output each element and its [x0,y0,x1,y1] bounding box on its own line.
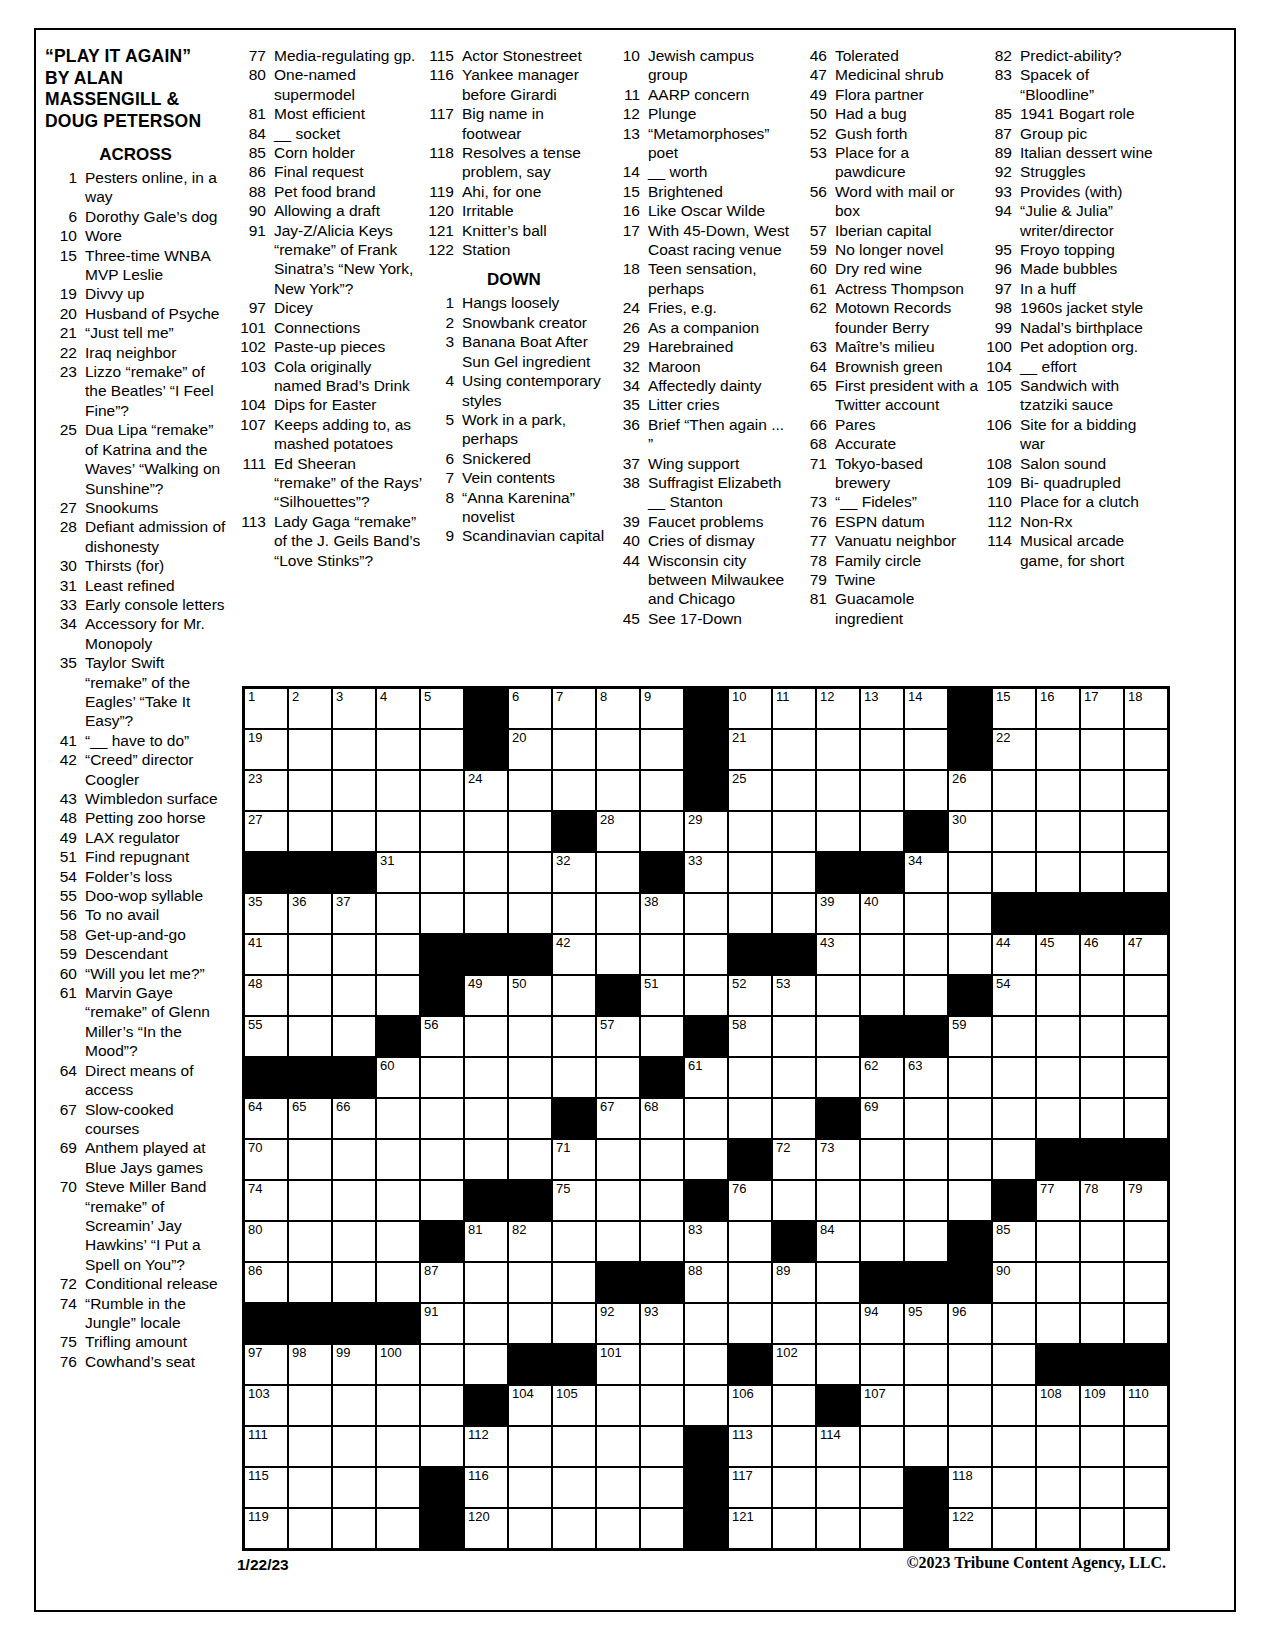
grid-cell-r4c20[interactable] [1080,811,1124,852]
grid-cell-r6c5[interactable] [420,893,464,934]
grid-cell-r6c3[interactable]: 37 [332,893,376,934]
grid-cell-r9c18[interactable] [992,1016,1036,1057]
grid-cell-r5c5[interactable] [420,852,464,893]
grid-cell-r12c4[interactable] [376,1139,420,1180]
grid-cell-r3c14[interactable] [816,770,860,811]
grid-cell-r17c9[interactable]: 101 [596,1344,640,1385]
grid-cell-r8c19[interactable] [1036,975,1080,1016]
grid-cell-r19c20[interactable] [1080,1426,1124,1467]
grid-cell-r6c15[interactable]: 40 [860,893,904,934]
grid-cell-r9c1[interactable]: 55 [244,1016,288,1057]
grid-cell-r1c9[interactable]: 8 [596,688,640,729]
grid-cell-r4c7[interactable] [508,811,552,852]
grid-cell-r12c14[interactable]: 73 [816,1139,860,1180]
grid-cell-r14c3[interactable] [332,1221,376,1262]
grid-cell-r19c13[interactable] [772,1426,816,1467]
grid-cell-r20c10[interactable] [640,1467,684,1508]
grid-cell-r17c13[interactable]: 102 [772,1344,816,1385]
grid-cell-r1c8[interactable]: 7 [552,688,596,729]
grid-cell-r20c1[interactable]: 115 [244,1467,288,1508]
grid-cell-r21c3[interactable] [332,1508,376,1549]
grid-cell-r7c15[interactable] [860,934,904,975]
grid-cell-r1c21[interactable]: 18 [1124,688,1168,729]
grid-cell-r17c4[interactable]: 100 [376,1344,420,1385]
grid-cell-r20c9[interactable] [596,1467,640,1508]
grid-cell-r12c3[interactable] [332,1139,376,1180]
grid-cell-r5c9[interactable] [596,852,640,893]
grid-cell-r9c13[interactable] [772,1016,816,1057]
grid-cell-r14c6[interactable]: 81 [464,1221,508,1262]
grid-cell-r2c1[interactable]: 19 [244,729,288,770]
grid-cell-r20c13[interactable] [772,1467,816,1508]
grid-cell-r21c6[interactable]: 120 [464,1508,508,1549]
grid-cell-r4c2[interactable] [288,811,332,852]
grid-cell-r9c7[interactable] [508,1016,552,1057]
grid-cell-r7c9[interactable] [596,934,640,975]
grid-cell-r11c12[interactable] [728,1098,772,1139]
grid-cell-r2c5[interactable] [420,729,464,770]
grid-cell-r7c11[interactable] [684,934,728,975]
grid-cell-r2c20[interactable] [1080,729,1124,770]
grid-cell-r15c19[interactable] [1036,1262,1080,1303]
grid-cell-r18c7[interactable]: 104 [508,1385,552,1426]
grid-cell-r4c5[interactable] [420,811,464,852]
grid-cell-r16c8[interactable] [552,1303,596,1344]
grid-cell-r21c7[interactable] [508,1508,552,1549]
grid-cell-r9c17[interactable]: 59 [948,1016,992,1057]
grid-cell-r9c6[interactable] [464,1016,508,1057]
grid-cell-r14c8[interactable] [552,1221,596,1262]
grid-cell-r12c2[interactable] [288,1139,332,1180]
grid-cell-r10c11[interactable]: 61 [684,1057,728,1098]
grid-cell-r21c13[interactable] [772,1508,816,1549]
grid-cell-r9c8[interactable] [552,1016,596,1057]
grid-cell-r9c3[interactable] [332,1016,376,1057]
grid-cell-r20c3[interactable] [332,1467,376,1508]
grid-cell-r12c9[interactable] [596,1139,640,1180]
grid-cell-r16c14[interactable] [816,1303,860,1344]
grid-cell-r2c14[interactable] [816,729,860,770]
grid-cell-r13c12[interactable]: 76 [728,1180,772,1221]
grid-cell-r14c4[interactable] [376,1221,420,1262]
grid-cell-r15c4[interactable] [376,1262,420,1303]
grid-cell-r16c21[interactable] [1124,1303,1168,1344]
grid-cell-r13c15[interactable] [860,1180,904,1221]
grid-cell-r2c7[interactable]: 20 [508,729,552,770]
grid-cell-r1c18[interactable]: 15 [992,688,1036,729]
grid-cell-r10c5[interactable] [420,1057,464,1098]
grid-cell-r4c6[interactable] [464,811,508,852]
grid-cell-r1c16[interactable]: 14 [904,688,948,729]
grid-cell-r18c8[interactable]: 105 [552,1385,596,1426]
grid-cell-r2c19[interactable] [1036,729,1080,770]
grid-cell-r5c6[interactable] [464,852,508,893]
grid-cell-r10c18[interactable] [992,1057,1036,1098]
grid-cell-r21c15[interactable] [860,1508,904,1549]
grid-cell-r7c19[interactable]: 45 [1036,934,1080,975]
grid-cell-r2c13[interactable] [772,729,816,770]
grid-cell-r8c8[interactable] [552,975,596,1016]
grid-cell-r3c12[interactable]: 25 [728,770,772,811]
grid-cell-r16c10[interactable]: 93 [640,1303,684,1344]
grid-cell-r8c2[interactable] [288,975,332,1016]
grid-cell-r6c17[interactable] [948,893,992,934]
grid-cell-r2c2[interactable] [288,729,332,770]
grid-cell-r17c10[interactable] [640,1344,684,1385]
grid-cell-r4c10[interactable] [640,811,684,852]
grid-cell-r19c5[interactable] [420,1426,464,1467]
grid-cell-r18c5[interactable] [420,1385,464,1426]
grid-cell-r8c11[interactable] [684,975,728,1016]
grid-cell-r4c17[interactable]: 30 [948,811,992,852]
grid-cell-r16c18[interactable] [992,1303,1036,1344]
grid-cell-r2c21[interactable] [1124,729,1168,770]
grid-cell-r13c1[interactable]: 74 [244,1180,288,1221]
grid-cell-r2c10[interactable] [640,729,684,770]
grid-cell-r14c9[interactable] [596,1221,640,1262]
grid-cell-r18c20[interactable]: 109 [1080,1385,1124,1426]
grid-cell-r2c3[interactable] [332,729,376,770]
grid-cell-r16c6[interactable] [464,1303,508,1344]
grid-cell-r7c10[interactable] [640,934,684,975]
grid-cell-r6c2[interactable]: 36 [288,893,332,934]
grid-cell-r9c21[interactable] [1124,1016,1168,1057]
grid-cell-r2c15[interactable] [860,729,904,770]
grid-cell-r19c9[interactable] [596,1426,640,1467]
grid-cell-r17c16[interactable] [904,1344,948,1385]
grid-cell-r11c11[interactable] [684,1098,728,1139]
grid-cell-r18c19[interactable]: 108 [1036,1385,1080,1426]
grid-cell-r13c16[interactable] [904,1180,948,1221]
grid-cell-r16c20[interactable] [1080,1303,1124,1344]
grid-cell-r17c6[interactable] [464,1344,508,1385]
grid-cell-r7c18[interactable]: 44 [992,934,1036,975]
grid-cell-r13c4[interactable] [376,1180,420,1221]
grid-cell-r8c20[interactable] [1080,975,1124,1016]
grid-cell-r19c8[interactable] [552,1426,596,1467]
grid-cell-r5c17[interactable] [948,852,992,893]
grid-cell-r19c16[interactable] [904,1426,948,1467]
grid-cell-r20c19[interactable] [1036,1467,1080,1508]
grid-cell-r12c18[interactable] [992,1139,1036,1180]
grid-cell-r19c6[interactable]: 112 [464,1426,508,1467]
grid-cell-r8c4[interactable] [376,975,420,1016]
grid-cell-r18c10[interactable] [640,1385,684,1426]
grid-cell-r14c15[interactable] [860,1221,904,1262]
grid-cell-r3c15[interactable] [860,770,904,811]
grid-cell-r7c16[interactable] [904,934,948,975]
grid-cell-r15c8[interactable] [552,1262,596,1303]
grid-cell-r7c3[interactable] [332,934,376,975]
crossword-grid[interactable]: 1234567891011121314151617181920212223242… [242,686,1170,1551]
grid-cell-r14c18[interactable]: 85 [992,1221,1036,1262]
grid-cell-r13c17[interactable] [948,1180,992,1221]
grid-cell-r6c4[interactable] [376,893,420,934]
grid-cell-r11c2[interactable]: 65 [288,1098,332,1139]
grid-cell-r14c16[interactable] [904,1221,948,1262]
grid-cell-r2c18[interactable]: 22 [992,729,1036,770]
grid-cell-r17c14[interactable] [816,1344,860,1385]
grid-cell-r18c4[interactable] [376,1385,420,1426]
grid-cell-r4c1[interactable]: 27 [244,811,288,852]
grid-cell-r20c20[interactable] [1080,1467,1124,1508]
grid-cell-r4c3[interactable] [332,811,376,852]
grid-cell-r21c20[interactable] [1080,1508,1124,1549]
grid-cell-r8c18[interactable]: 54 [992,975,1036,1016]
grid-cell-r6c6[interactable] [464,893,508,934]
grid-cell-r11c9[interactable]: 67 [596,1098,640,1139]
grid-cell-r17c15[interactable] [860,1344,904,1385]
grid-cell-r12c8[interactable]: 71 [552,1139,596,1180]
grid-cell-r14c7[interactable]: 82 [508,1221,552,1262]
grid-cell-r3c2[interactable] [288,770,332,811]
grid-cell-r21c14[interactable] [816,1508,860,1549]
grid-cell-r15c20[interactable] [1080,1262,1124,1303]
grid-cell-r16c11[interactable] [684,1303,728,1344]
grid-cell-r6c16[interactable] [904,893,948,934]
grid-cell-r21c4[interactable] [376,1508,420,1549]
grid-cell-r12c1[interactable]: 70 [244,1139,288,1180]
grid-cell-r14c19[interactable] [1036,1221,1080,1262]
grid-cell-r18c16[interactable] [904,1385,948,1426]
grid-cell-r9c2[interactable] [288,1016,332,1057]
grid-cell-r18c12[interactable]: 106 [728,1385,772,1426]
grid-cell-r13c20[interactable]: 78 [1080,1180,1124,1221]
grid-cell-r1c1[interactable]: 1 [244,688,288,729]
grid-cell-r20c17[interactable]: 118 [948,1467,992,1508]
grid-cell-r12c15[interactable] [860,1139,904,1180]
grid-cell-r4c21[interactable] [1124,811,1168,852]
grid-cell-r19c2[interactable] [288,1426,332,1467]
grid-cell-r19c3[interactable] [332,1426,376,1467]
grid-cell-r1c10[interactable]: 9 [640,688,684,729]
grid-cell-r7c8[interactable]: 42 [552,934,596,975]
grid-cell-r8c16[interactable] [904,975,948,1016]
grid-cell-r3c18[interactable] [992,770,1036,811]
grid-cell-r10c15[interactable]: 62 [860,1057,904,1098]
grid-cell-r13c3[interactable] [332,1180,376,1221]
grid-cell-r15c5[interactable]: 87 [420,1262,464,1303]
grid-cell-r3c20[interactable] [1080,770,1124,811]
grid-cell-r18c21[interactable]: 110 [1124,1385,1168,1426]
grid-cell-r9c12[interactable]: 58 [728,1016,772,1057]
grid-cell-r7c4[interactable] [376,934,420,975]
grid-cell-r20c6[interactable]: 116 [464,1467,508,1508]
grid-cell-r15c2[interactable] [288,1262,332,1303]
grid-cell-r14c11[interactable]: 83 [684,1221,728,1262]
grid-cell-r16c5[interactable]: 91 [420,1303,464,1344]
grid-cell-r3c6[interactable]: 24 [464,770,508,811]
grid-cell-r3c3[interactable] [332,770,376,811]
grid-cell-r6c7[interactable] [508,893,552,934]
grid-cell-r1c20[interactable]: 17 [1080,688,1124,729]
grid-cell-r17c2[interactable]: 98 [288,1344,332,1385]
grid-cell-r5c13[interactable] [772,852,816,893]
grid-cell-r9c14[interactable] [816,1016,860,1057]
grid-cell-r12c13[interactable]: 72 [772,1139,816,1180]
grid-cell-r20c21[interactable] [1124,1467,1168,1508]
grid-cell-r8c7[interactable]: 50 [508,975,552,1016]
grid-cell-r3c17[interactable]: 26 [948,770,992,811]
grid-cell-r15c14[interactable] [816,1262,860,1303]
grid-cell-r1c19[interactable]: 16 [1036,688,1080,729]
grid-cell-r19c19[interactable] [1036,1426,1080,1467]
grid-cell-r14c21[interactable] [1124,1221,1168,1262]
grid-cell-r11c6[interactable] [464,1098,508,1139]
grid-cell-r21c2[interactable] [288,1508,332,1549]
grid-cell-r19c1[interactable]: 111 [244,1426,288,1467]
grid-cell-r21c18[interactable] [992,1508,1036,1549]
grid-cell-r20c12[interactable]: 117 [728,1467,772,1508]
grid-cell-r5c4[interactable]: 31 [376,852,420,893]
grid-cell-r15c13[interactable]: 89 [772,1262,816,1303]
grid-cell-r8c15[interactable] [860,975,904,1016]
grid-cell-r11c1[interactable]: 64 [244,1098,288,1139]
grid-cell-r14c14[interactable]: 84 [816,1221,860,1262]
grid-cell-r8c1[interactable]: 48 [244,975,288,1016]
grid-cell-r4c12[interactable] [728,811,772,852]
grid-cell-r10c8[interactable] [552,1057,596,1098]
grid-cell-r14c12[interactable] [728,1221,772,1262]
grid-cell-r7c20[interactable]: 46 [1080,934,1124,975]
grid-cell-r8c13[interactable]: 53 [772,975,816,1016]
grid-cell-r11c3[interactable]: 66 [332,1098,376,1139]
grid-cell-r4c4[interactable] [376,811,420,852]
grid-cell-r10c17[interactable] [948,1057,992,1098]
grid-cell-r16c13[interactable] [772,1303,816,1344]
grid-cell-r11c20[interactable] [1080,1098,1124,1139]
grid-cell-r18c13[interactable] [772,1385,816,1426]
grid-cell-r21c19[interactable] [1036,1508,1080,1549]
grid-cell-r19c18[interactable] [992,1426,1036,1467]
grid-cell-r1c7[interactable]: 6 [508,688,552,729]
grid-cell-r17c5[interactable] [420,1344,464,1385]
grid-cell-r20c14[interactable] [816,1467,860,1508]
grid-cell-r10c4[interactable]: 60 [376,1057,420,1098]
grid-cell-r7c1[interactable]: 41 [244,934,288,975]
grid-cell-r5c19[interactable] [1036,852,1080,893]
grid-cell-r21c9[interactable] [596,1508,640,1549]
grid-cell-r4c15[interactable] [860,811,904,852]
grid-cell-r3c4[interactable] [376,770,420,811]
grid-cell-r8c10[interactable]: 51 [640,975,684,1016]
grid-cell-r3c16[interactable] [904,770,948,811]
grid-cell-r6c9[interactable] [596,893,640,934]
grid-cell-r18c15[interactable]: 107 [860,1385,904,1426]
grid-cell-r6c14[interactable]: 39 [816,893,860,934]
grid-cell-r9c19[interactable] [1036,1016,1080,1057]
grid-cell-r5c11[interactable]: 33 [684,852,728,893]
grid-cell-r6c10[interactable]: 38 [640,893,684,934]
grid-cell-r14c10[interactable] [640,1221,684,1262]
grid-cell-r17c18[interactable] [992,1344,1036,1385]
grid-cell-r2c16[interactable] [904,729,948,770]
grid-cell-r6c8[interactable] [552,893,596,934]
grid-cell-r12c16[interactable] [904,1139,948,1180]
grid-cell-r9c10[interactable] [640,1016,684,1057]
grid-cell-r4c11[interactable]: 29 [684,811,728,852]
grid-cell-r13c5[interactable] [420,1180,464,1221]
grid-cell-r6c1[interactable]: 35 [244,893,288,934]
grid-cell-r11c5[interactable] [420,1098,464,1139]
grid-cell-r12c5[interactable] [420,1139,464,1180]
grid-cell-r12c10[interactable] [640,1139,684,1180]
grid-cell-r1c13[interactable]: 11 [772,688,816,729]
grid-cell-r18c17[interactable] [948,1385,992,1426]
grid-cell-r4c13[interactable] [772,811,816,852]
grid-cell-r3c19[interactable] [1036,770,1080,811]
grid-cell-r19c12[interactable]: 113 [728,1426,772,1467]
grid-cell-r13c2[interactable] [288,1180,332,1221]
grid-cell-r16c9[interactable]: 92 [596,1303,640,1344]
grid-cell-r15c18[interactable]: 90 [992,1262,1036,1303]
grid-cell-r3c5[interactable] [420,770,464,811]
grid-cell-r19c15[interactable] [860,1426,904,1467]
grid-cell-r5c8[interactable]: 32 [552,852,596,893]
grid-cell-r10c13[interactable] [772,1057,816,1098]
grid-cell-r16c7[interactable] [508,1303,552,1344]
grid-cell-r5c20[interactable] [1080,852,1124,893]
grid-cell-r5c7[interactable] [508,852,552,893]
grid-cell-r4c18[interactable] [992,811,1036,852]
grid-cell-r20c8[interactable] [552,1467,596,1508]
grid-cell-r7c2[interactable] [288,934,332,975]
grid-cell-r17c3[interactable]: 99 [332,1344,376,1385]
grid-cell-r10c7[interactable] [508,1057,552,1098]
grid-cell-r1c14[interactable]: 12 [816,688,860,729]
grid-cell-r3c1[interactable]: 23 [244,770,288,811]
grid-cell-r1c5[interactable]: 5 [420,688,464,729]
grid-cell-r13c13[interactable] [772,1180,816,1221]
grid-cell-r13c14[interactable] [816,1180,860,1221]
grid-cell-r11c4[interactable] [376,1098,420,1139]
grid-cell-r12c7[interactable] [508,1139,552,1180]
grid-cell-r10c16[interactable]: 63 [904,1057,948,1098]
grid-cell-r20c7[interactable] [508,1467,552,1508]
grid-cell-r21c10[interactable] [640,1508,684,1549]
grid-cell-r18c9[interactable] [596,1385,640,1426]
grid-cell-r3c7[interactable] [508,770,552,811]
grid-cell-r11c16[interactable] [904,1098,948,1139]
grid-cell-r15c21[interactable] [1124,1262,1168,1303]
grid-cell-r17c11[interactable] [684,1344,728,1385]
grid-cell-r7c17[interactable] [948,934,992,975]
grid-cell-r16c12[interactable] [728,1303,772,1344]
grid-cell-r12c6[interactable] [464,1139,508,1180]
grid-cell-r13c19[interactable]: 77 [1036,1180,1080,1221]
grid-cell-r6c12[interactable] [728,893,772,934]
grid-cell-r15c11[interactable]: 88 [684,1262,728,1303]
grid-cell-r21c12[interactable]: 121 [728,1508,772,1549]
grid-cell-r15c6[interactable] [464,1262,508,1303]
grid-cell-r11c19[interactable] [1036,1098,1080,1139]
grid-cell-r9c5[interactable]: 56 [420,1016,464,1057]
grid-cell-r9c9[interactable]: 57 [596,1016,640,1057]
grid-cell-r18c1[interactable]: 103 [244,1385,288,1426]
grid-cell-r14c2[interactable] [288,1221,332,1262]
grid-cell-r1c2[interactable]: 2 [288,688,332,729]
grid-cell-r10c19[interactable] [1036,1057,1080,1098]
grid-cell-r13c9[interactable] [596,1180,640,1221]
grid-cell-r17c17[interactable] [948,1344,992,1385]
grid-cell-r18c2[interactable] [288,1385,332,1426]
grid-cell-r5c12[interactable] [728,852,772,893]
grid-cell-r19c4[interactable] [376,1426,420,1467]
grid-cell-r20c4[interactable] [376,1467,420,1508]
grid-cell-r20c18[interactable] [992,1467,1036,1508]
grid-cell-r5c16[interactable]: 34 [904,852,948,893]
grid-cell-r11c18[interactable] [992,1098,1036,1139]
